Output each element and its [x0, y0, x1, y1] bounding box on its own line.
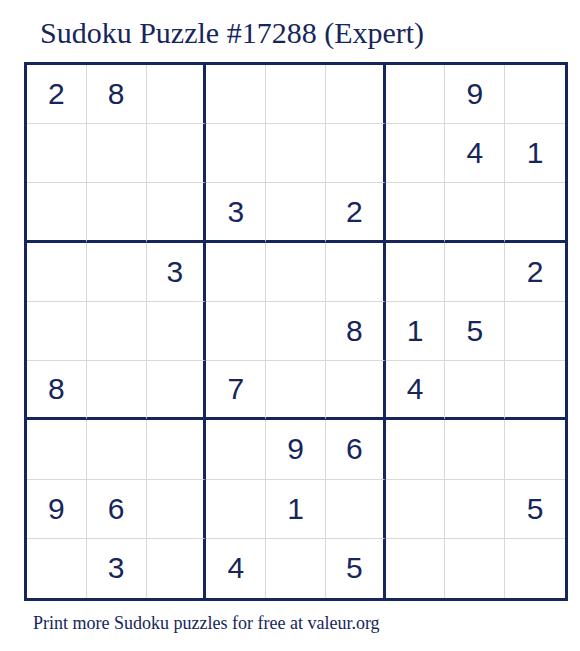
sudoku-cell-r8c8[interactable]: [445, 480, 505, 539]
sudoku-cell-r4c4[interactable]: [206, 243, 266, 302]
page-title: Sudoku Puzzle #17288 (Expert): [40, 14, 580, 51]
sudoku-cell-r5c4[interactable]: [206, 302, 266, 361]
sudoku-cell-r3c6[interactable]: 2: [326, 183, 386, 242]
sudoku-cell-r3c1[interactable]: [27, 183, 87, 242]
sudoku-cell-r7c9[interactable]: [505, 420, 565, 479]
sudoku-cell-r5c9[interactable]: [505, 302, 565, 361]
sudoku-cell-r8c3[interactable]: [147, 480, 207, 539]
sudoku-cell-r4c6[interactable]: [326, 243, 386, 302]
sudoku-cell-r6c1[interactable]: 8: [27, 361, 87, 420]
sudoku-cell-r9c2[interactable]: 3: [87, 539, 147, 598]
sudoku-cell-r7c1[interactable]: [27, 420, 87, 479]
sudoku-cell-r6c3[interactable]: [147, 361, 207, 420]
sudoku-cell-r2c9[interactable]: 1: [505, 124, 565, 183]
sudoku-cell-r3c8[interactable]: [445, 183, 505, 242]
sudoku-page: Sudoku Puzzle #17288 (Expert) 2894132328…: [0, 0, 580, 651]
sudoku-cell-r4c8[interactable]: [445, 243, 505, 302]
sudoku-cell-r4c3[interactable]: 3: [147, 243, 207, 302]
sudoku-cell-r2c2[interactable]: [87, 124, 147, 183]
sudoku-cell-r2c8[interactable]: 4: [445, 124, 505, 183]
sudoku-cell-r2c6[interactable]: [326, 124, 386, 183]
sudoku-cell-r4c9[interactable]: 2: [505, 243, 565, 302]
sudoku-cell-r9c9[interactable]: [505, 539, 565, 598]
sudoku-cell-r3c7[interactable]: [386, 183, 446, 242]
sudoku-cell-r1c4[interactable]: [206, 65, 266, 124]
sudoku-cell-r1c5[interactable]: [266, 65, 326, 124]
sudoku-cell-r8c2[interactable]: 6: [87, 480, 147, 539]
sudoku-grid: 289413232815874969615345: [24, 62, 568, 601]
sudoku-cell-r5c6[interactable]: 8: [326, 302, 386, 361]
sudoku-cell-r7c6[interactable]: 6: [326, 420, 386, 479]
sudoku-cell-r2c5[interactable]: [266, 124, 326, 183]
sudoku-cell-r9c1[interactable]: [27, 539, 87, 598]
sudoku-cell-r5c8[interactable]: 5: [445, 302, 505, 361]
sudoku-cell-r7c4[interactable]: [206, 420, 266, 479]
sudoku-cell-r9c5[interactable]: [266, 539, 326, 598]
sudoku-cell-r9c6[interactable]: 5: [326, 539, 386, 598]
sudoku-cell-r1c3[interactable]: [147, 65, 207, 124]
sudoku-cell-r3c9[interactable]: [505, 183, 565, 242]
sudoku-cell-r1c6[interactable]: [326, 65, 386, 124]
sudoku-cell-r8c5[interactable]: 1: [266, 480, 326, 539]
sudoku-cell-r1c1[interactable]: 2: [27, 65, 87, 124]
sudoku-cell-r9c3[interactable]: [147, 539, 207, 598]
sudoku-cell-r6c4[interactable]: 7: [206, 361, 266, 420]
sudoku-cell-r6c5[interactable]: [266, 361, 326, 420]
sudoku-cell-r2c3[interactable]: [147, 124, 207, 183]
sudoku-cell-r4c1[interactable]: [27, 243, 87, 302]
sudoku-cell-r7c2[interactable]: [87, 420, 147, 479]
sudoku-cell-r5c7[interactable]: 1: [386, 302, 446, 361]
sudoku-cell-r3c2[interactable]: [87, 183, 147, 242]
sudoku-cell-r2c7[interactable]: [386, 124, 446, 183]
sudoku-cell-r6c8[interactable]: [445, 361, 505, 420]
sudoku-cell-r8c6[interactable]: [326, 480, 386, 539]
sudoku-cell-r5c3[interactable]: [147, 302, 207, 361]
sudoku-cell-r3c4[interactable]: 3: [206, 183, 266, 242]
sudoku-cell-r4c7[interactable]: [386, 243, 446, 302]
sudoku-cell-r3c3[interactable]: [147, 183, 207, 242]
sudoku-cell-r6c2[interactable]: [87, 361, 147, 420]
sudoku-cell-r8c4[interactable]: [206, 480, 266, 539]
sudoku-cell-r5c2[interactable]: [87, 302, 147, 361]
sudoku-cell-r7c8[interactable]: [445, 420, 505, 479]
sudoku-cell-r6c7[interactable]: 4: [386, 361, 446, 420]
sudoku-cell-r1c9[interactable]: [505, 65, 565, 124]
sudoku-cell-r3c5[interactable]: [266, 183, 326, 242]
sudoku-cell-r5c5[interactable]: [266, 302, 326, 361]
sudoku-cell-r1c2[interactable]: 8: [87, 65, 147, 124]
sudoku-cell-r5c1[interactable]: [27, 302, 87, 361]
sudoku-cell-r8c7[interactable]: [386, 480, 446, 539]
sudoku-cell-r7c5[interactable]: 9: [266, 420, 326, 479]
sudoku-cell-r2c4[interactable]: [206, 124, 266, 183]
sudoku-cell-r1c7[interactable]: [386, 65, 446, 124]
sudoku-cell-r6c6[interactable]: [326, 361, 386, 420]
sudoku-cell-r4c2[interactable]: [87, 243, 147, 302]
sudoku-cell-r2c1[interactable]: [27, 124, 87, 183]
sudoku-cell-r9c7[interactable]: [386, 539, 446, 598]
sudoku-cell-r6c9[interactable]: [505, 361, 565, 420]
sudoku-cell-r8c9[interactable]: 5: [505, 480, 565, 539]
sudoku-cell-r4c5[interactable]: [266, 243, 326, 302]
sudoku-cell-r7c3[interactable]: [147, 420, 207, 479]
sudoku-cell-r9c4[interactable]: 4: [206, 539, 266, 598]
sudoku-cell-r7c7[interactable]: [386, 420, 446, 479]
footer-text: Print more Sudoku puzzles for free at va…: [33, 613, 580, 634]
sudoku-cell-r9c8[interactable]: [445, 539, 505, 598]
sudoku-cell-r1c8[interactable]: 9: [445, 65, 505, 124]
sudoku-cell-r8c1[interactable]: 9: [27, 480, 87, 539]
